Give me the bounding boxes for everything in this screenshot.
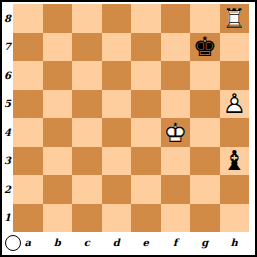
rank-label-4: 4	[2, 118, 13, 147]
square-e4[interactable]	[131, 118, 161, 147]
white-pawn-fill: ♟	[220, 90, 250, 119]
square-g5[interactable]	[190, 90, 220, 119]
square-c7[interactable]	[72, 33, 102, 62]
chess-diagram: 87654321 ♜♖♚♟♙♚♔♝ abcdefgh	[0, 0, 257, 257]
square-d7[interactable]	[102, 33, 132, 62]
square-b8[interactable]	[43, 4, 73, 33]
square-f5[interactable]	[161, 90, 191, 119]
square-c6[interactable]	[72, 61, 102, 90]
file-label-e: e	[131, 233, 161, 252]
square-b6[interactable]	[43, 61, 73, 90]
square-c1[interactable]	[72, 204, 102, 233]
square-c2[interactable]	[72, 175, 102, 204]
white-rook[interactable]: ♜♖	[220, 4, 250, 33]
square-e7[interactable]	[131, 33, 161, 62]
square-e8[interactable]	[131, 4, 161, 33]
black-king[interactable]: ♚	[190, 33, 220, 62]
white-king-fill: ♚	[161, 118, 191, 147]
rank-label-8: 8	[2, 4, 13, 33]
file-label-b: b	[43, 233, 73, 252]
square-a2[interactable]	[13, 175, 43, 204]
file-label-c: c	[72, 233, 102, 252]
square-c4[interactable]	[72, 118, 102, 147]
square-b7[interactable]	[43, 33, 73, 62]
square-c5[interactable]	[72, 90, 102, 119]
square-c8[interactable]	[72, 4, 102, 33]
square-f3[interactable]	[161, 147, 191, 176]
square-d1[interactable]	[102, 204, 132, 233]
rank-label-7: 7	[2, 33, 13, 62]
chess-board[interactable]: ♜♖♚♟♙♚♔♝	[13, 4, 249, 232]
white-pawn-outline: ♙	[220, 90, 250, 119]
rank-label-5: 5	[2, 90, 13, 119]
square-f4[interactable]: ♚♔	[161, 118, 191, 147]
square-h3[interactable]: ♝	[220, 147, 250, 176]
square-a3[interactable]	[13, 147, 43, 176]
rank-label-3: 3	[2, 147, 13, 176]
white-rook-outline: ♖	[220, 4, 250, 33]
square-b5[interactable]	[43, 90, 73, 119]
square-d2[interactable]	[102, 175, 132, 204]
file-labels: abcdefgh	[13, 233, 249, 252]
file-label-g: g	[190, 233, 220, 252]
square-a7[interactable]	[13, 33, 43, 62]
square-g3[interactable]	[190, 147, 220, 176]
square-h2[interactable]	[220, 175, 250, 204]
square-h1[interactable]	[220, 204, 250, 233]
square-e1[interactable]	[131, 204, 161, 233]
square-e2[interactable]	[131, 175, 161, 204]
square-c3[interactable]	[72, 147, 102, 176]
square-g1[interactable]	[190, 204, 220, 233]
square-g2[interactable]	[190, 175, 220, 204]
square-h5[interactable]: ♟♙	[220, 90, 250, 119]
square-b2[interactable]	[43, 175, 73, 204]
square-g7[interactable]: ♚	[190, 33, 220, 62]
square-f6[interactable]	[161, 61, 191, 90]
rank-labels: 87654321	[2, 4, 13, 232]
square-h7[interactable]	[220, 33, 250, 62]
square-f8[interactable]	[161, 4, 191, 33]
white-king[interactable]: ♚♔	[161, 118, 191, 147]
square-a4[interactable]	[13, 118, 43, 147]
square-a1[interactable]	[13, 204, 43, 233]
square-f2[interactable]	[161, 175, 191, 204]
square-b3[interactable]	[43, 147, 73, 176]
black-king-glyph: ♚	[190, 33, 220, 62]
black-bishop[interactable]: ♝	[220, 147, 250, 176]
square-e6[interactable]	[131, 61, 161, 90]
white-to-move-indicator	[5, 235, 21, 251]
rank-label-6: 6	[2, 61, 13, 90]
file-label-d: d	[102, 233, 132, 252]
black-bishop-glyph: ♝	[220, 147, 250, 176]
white-king-outline: ♔	[161, 118, 191, 147]
square-d4[interactable]	[102, 118, 132, 147]
square-a5[interactable]	[13, 90, 43, 119]
file-label-h: h	[220, 233, 250, 252]
square-d8[interactable]	[102, 4, 132, 33]
square-e3[interactable]	[131, 147, 161, 176]
square-h6[interactable]	[220, 61, 250, 90]
square-g4[interactable]	[190, 118, 220, 147]
square-a6[interactable]	[13, 61, 43, 90]
square-d6[interactable]	[102, 61, 132, 90]
square-h8[interactable]: ♜♖	[220, 4, 250, 33]
square-b1[interactable]	[43, 204, 73, 233]
rank-label-1: 1	[2, 204, 13, 233]
square-d5[interactable]	[102, 90, 132, 119]
square-a8[interactable]	[13, 4, 43, 33]
square-d3[interactable]	[102, 147, 132, 176]
square-f7[interactable]	[161, 33, 191, 62]
square-g8[interactable]	[190, 4, 220, 33]
square-h4[interactable]	[220, 118, 250, 147]
square-e5[interactable]	[131, 90, 161, 119]
white-rook-fill: ♜	[220, 4, 250, 33]
file-label-f: f	[161, 233, 191, 252]
square-f1[interactable]	[161, 204, 191, 233]
white-pawn[interactable]: ♟♙	[220, 90, 250, 119]
rank-label-2: 2	[2, 175, 13, 204]
square-g6[interactable]	[190, 61, 220, 90]
square-b4[interactable]	[43, 118, 73, 147]
